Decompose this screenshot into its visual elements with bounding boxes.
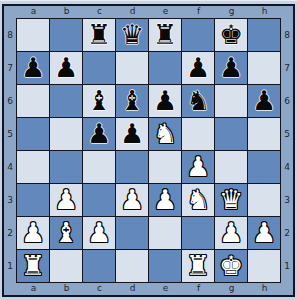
square-d1 [116,250,148,282]
square-b3: ♟ [50,184,82,216]
square-e8: ♜ [149,19,181,51]
square-b4 [50,151,82,183]
board-frame: abcdefgh 87654321 ♜♛♜♚♟♟♟♟♝♝♟♞♟♟♟♞♟♟♟♟♞♛… [2,4,295,297]
black-pawn: ♟ [17,52,49,84]
white-pawn: ♟ [83,217,115,249]
black-pawn: ♟ [116,118,148,150]
rank-label-2: 2 [284,229,290,238]
square-d7 [116,52,148,84]
file-label-e: e [163,284,169,293]
rank-label-6: 6 [7,97,13,106]
file-label-f: f [197,7,200,16]
black-bishop: ♝ [116,85,148,117]
white-pawn: ♟ [149,184,181,216]
square-d4 [116,151,148,183]
square-h5 [248,118,280,150]
white-bishop: ♝ [50,217,82,249]
rank-label-2: 2 [7,229,13,238]
black-rook: ♜ [149,19,181,51]
white-knight: ♞ [149,118,181,150]
file-label-d: d [130,284,136,293]
square-e3: ♟ [149,184,181,216]
square-h2: ♟ [248,217,280,249]
square-b1 [50,250,82,282]
black-pawn: ♟ [182,52,214,84]
black-pawn: ♟ [50,52,82,84]
rank-label-1: 1 [284,262,290,271]
rank-label-8: 8 [7,31,13,40]
rank-label-6: 6 [284,97,290,106]
square-f6: ♞ [182,85,214,117]
square-b8 [50,19,82,51]
square-c1 [83,250,115,282]
rank-label-8: 8 [284,31,290,40]
square-b5 [50,118,82,150]
black-pawn: ♟ [149,85,181,117]
file-label-h: h [262,7,268,16]
black-pawn: ♟ [215,52,247,84]
square-a1: ♜ [17,250,49,282]
rank-label-7: 7 [7,64,13,73]
file-label-h: h [262,284,268,293]
file-label-c: c [97,7,102,16]
frame-corner-bottom-left [4,283,16,295]
white-pawn: ♟ [17,217,49,249]
white-rook: ♜ [17,250,49,282]
square-e7 [149,52,181,84]
file-label-b: b [64,7,70,16]
square-h8 [248,19,280,51]
rank-label-5: 5 [284,130,290,139]
square-f8 [182,19,214,51]
file-labels-top: abcdefgh [16,6,281,18]
square-a6 [17,85,49,117]
square-d6: ♝ [116,85,148,117]
square-a7: ♟ [17,52,49,84]
frame-corner-top-left [4,6,16,18]
square-h3 [248,184,280,216]
square-g5 [215,118,247,150]
square-d2 [116,217,148,249]
square-g2: ♟ [215,217,247,249]
square-d3: ♟ [116,184,148,216]
white-queen: ♛ [215,184,247,216]
file-label-a: a [31,284,37,293]
square-g3: ♛ [215,184,247,216]
square-e2 [149,217,181,249]
black-king: ♚ [215,19,247,51]
square-b2: ♝ [50,217,82,249]
rank-labels-right: 87654321 [281,18,293,283]
square-f7: ♟ [182,52,214,84]
square-a4 [17,151,49,183]
square-b6 [50,85,82,117]
frame-corner-top-right [281,6,293,18]
white-rook: ♜ [182,250,214,282]
file-label-d: d [130,7,136,16]
white-pawn: ♟ [248,217,280,249]
square-h7 [248,52,280,84]
frame-corner-bottom-right [281,283,293,295]
square-a5 [17,118,49,150]
black-knight: ♞ [182,85,214,117]
square-c3 [83,184,115,216]
square-f3: ♞ [182,184,214,216]
square-h4 [248,151,280,183]
square-e1 [149,250,181,282]
rank-label-3: 3 [284,196,290,205]
file-label-g: g [229,7,235,16]
square-g6 [215,85,247,117]
square-c5: ♟ [83,118,115,150]
white-pawn: ♟ [215,217,247,249]
file-label-a: a [31,7,37,16]
square-h6: ♟ [248,85,280,117]
black-rook: ♜ [83,19,115,51]
square-f5 [182,118,214,150]
square-c6: ♝ [83,85,115,117]
square-f1: ♜ [182,250,214,282]
white-knight: ♞ [182,184,214,216]
square-b7: ♟ [50,52,82,84]
rank-label-4: 4 [284,163,290,172]
file-label-b: b [64,284,70,293]
file-label-c: c [97,284,102,293]
white-king: ♚ [215,250,247,282]
square-e6: ♟ [149,85,181,117]
white-pawn: ♟ [50,184,82,216]
square-a3 [17,184,49,216]
chess-board: ♜♛♜♚♟♟♟♟♝♝♟♞♟♟♟♞♟♟♟♟♞♛♟♝♟♟♟♜♜♚ [16,18,281,283]
square-e5: ♞ [149,118,181,150]
white-pawn: ♟ [116,184,148,216]
square-c2: ♟ [83,217,115,249]
rank-label-3: 3 [7,196,13,205]
black-pawn: ♟ [248,85,280,117]
rank-labels-left: 87654321 [4,18,16,283]
square-g7: ♟ [215,52,247,84]
square-e4 [149,151,181,183]
black-queen: ♛ [116,19,148,51]
rank-label-1: 1 [7,262,13,271]
file-labels-bottom: abcdefgh [16,283,281,295]
file-label-g: g [229,284,235,293]
rank-label-7: 7 [284,64,290,73]
black-pawn: ♟ [83,118,115,150]
square-g4 [215,151,247,183]
square-a8 [17,19,49,51]
white-pawn: ♟ [182,151,214,183]
file-label-e: e [163,7,169,16]
square-c8: ♜ [83,19,115,51]
square-c7 [83,52,115,84]
file-label-f: f [197,284,200,293]
rank-label-4: 4 [7,163,13,172]
square-g8: ♚ [215,19,247,51]
square-c4 [83,151,115,183]
square-h1 [248,250,280,282]
square-f2 [182,217,214,249]
square-g1: ♚ [215,250,247,282]
black-bishop: ♝ [83,85,115,117]
square-d8: ♛ [116,19,148,51]
square-a2: ♟ [17,217,49,249]
square-f4: ♟ [182,151,214,183]
square-d5: ♟ [116,118,148,150]
page-background: abcdefgh 87654321 ♜♛♜♚♟♟♟♟♝♝♟♞♟♟♟♞♟♟♟♟♞♛… [0,0,297,300]
rank-label-5: 5 [7,130,13,139]
